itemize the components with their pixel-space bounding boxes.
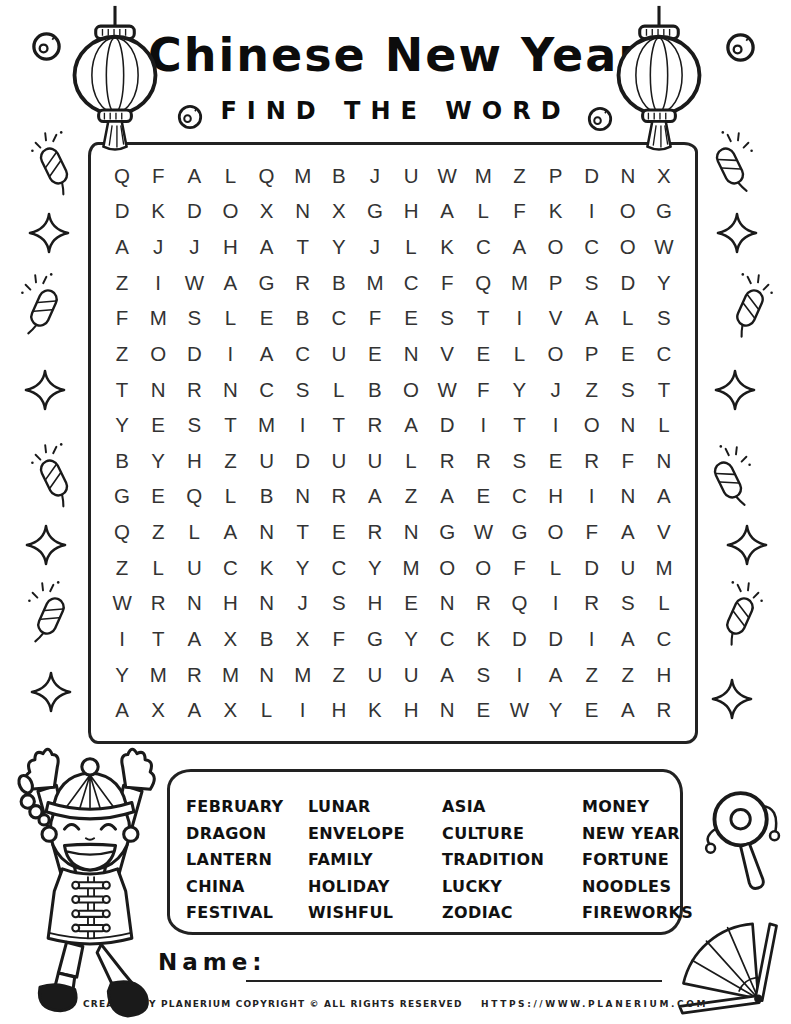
grid-cell-r13c14[interactable]: R (574, 586, 610, 622)
grid-cell-r7c6[interactable]: S (285, 372, 321, 408)
firecracker-icon (16, 272, 72, 344)
grid-cell-r13c2[interactable]: R (140, 586, 176, 622)
grid-cell-r10c16[interactable]: A (646, 479, 682, 515)
grid-cell-r4c9[interactable]: C (393, 265, 429, 301)
grid-cell-r4c6[interactable]: R (285, 265, 321, 301)
grid-cell-r9c12[interactable]: S (501, 443, 537, 479)
grid-cell-r15c13[interactable]: A (538, 657, 574, 693)
grid-cell-r15c7[interactable]: Z (321, 657, 357, 693)
grid-cell-r4c5[interactable]: G (249, 265, 285, 301)
grid-cell-r2c6[interactable]: N (285, 194, 321, 230)
grid-cell-r12c16[interactable]: M (646, 550, 682, 586)
grid-cell-r12c8[interactable]: Y (357, 550, 393, 586)
grid-cell-r15c14[interactable]: Z (574, 657, 610, 693)
grid-cell-r1c2[interactable]: F (140, 158, 176, 194)
grid-cell-r7c9[interactable]: O (393, 372, 429, 408)
grid-cell-r7c14[interactable]: Z (574, 372, 610, 408)
grid-cell-r14c8[interactable]: G (357, 621, 393, 657)
grid-cell-r6c14[interactable]: P (574, 336, 610, 372)
word-item: TRADITION (442, 847, 582, 874)
grid-cell-r10c2[interactable]: E (140, 479, 176, 515)
grid-cell-r15c5[interactable]: N (249, 657, 285, 693)
grid-cell-r8c3[interactable]: S (176, 407, 212, 443)
grid-cell-r11c4[interactable]: A (212, 514, 248, 550)
grid-cell-r3c16[interactable]: W (646, 229, 682, 265)
grid-cell-r10c10[interactable]: A (429, 479, 465, 515)
grid-cell-r6c7[interactable]: U (321, 336, 357, 372)
grid-cell-r8c2[interactable]: E (140, 407, 176, 443)
word-item: FESTIVAL (186, 900, 308, 927)
firecracker-icon (700, 444, 756, 516)
grid-cell-r2c4[interactable]: O (212, 194, 248, 230)
grid-cell-r10c8[interactable]: A (357, 479, 393, 515)
footer-url: HTTPS://WWW.PLANERIUM.COM (481, 999, 708, 1009)
grid-cell-r13c8[interactable]: H (357, 586, 393, 622)
word-item: FEBRUARY (186, 794, 308, 821)
grid-cell-r11c1[interactable]: Q (104, 514, 140, 550)
grid-cell-r1c3[interactable]: A (176, 158, 212, 194)
grid-cell-r1c12[interactable]: Z (501, 158, 537, 194)
grid-cell-r12c1[interactable]: Z (104, 550, 140, 586)
grid-cell-r6c11[interactable]: E (465, 336, 501, 372)
grid-cell-r12c4[interactable]: C (212, 550, 248, 586)
grid-cell-r8c1[interactable]: Y (104, 407, 140, 443)
sparkle-icon (28, 212, 70, 254)
word-item: CHINA (186, 874, 308, 901)
grid-cell-r11c6[interactable]: T (285, 514, 321, 550)
grid-cell-r6c13[interactable]: O (538, 336, 574, 372)
word-item: HOLIDAY (308, 874, 442, 901)
grid-cell-r3c9[interactable]: L (393, 229, 429, 265)
grid-cell-r15c8[interactable]: U (357, 657, 393, 693)
firecracker-icon (26, 442, 82, 514)
sparkle-icon (711, 678, 753, 720)
lantern-icon (606, 4, 712, 162)
grid-cell-r7c16[interactable]: T (646, 372, 682, 408)
grid-cell-r14c4[interactable]: X (212, 621, 248, 657)
grid-cell-r10c4[interactable]: L (212, 479, 248, 515)
grid-cell-r12c10[interactable]: O (429, 550, 465, 586)
grid-cell-r2c3[interactable]: D (176, 194, 212, 230)
grid-cell-r11c9[interactable]: N (393, 514, 429, 550)
grid-cell-r13c12[interactable]: Q (501, 586, 537, 622)
grid-cell-r14c5[interactable]: B (249, 621, 285, 657)
grid-cell-r5c3[interactable]: S (176, 301, 212, 337)
grid-cell-r12c14[interactable]: D (574, 550, 610, 586)
grid-cell-r13c9[interactable]: E (393, 586, 429, 622)
grid-cell-r12c13[interactable]: L (538, 550, 574, 586)
name-input-line[interactable] (246, 958, 662, 982)
grid-cell-r3c13[interactable]: O (538, 229, 574, 265)
word-item: CULTURE (442, 821, 582, 848)
word-bank-column: FEBRUARYDRAGONLANTERNCHINAFESTIVAL (186, 794, 308, 927)
grid-cell-r4c8[interactable]: M (357, 265, 393, 301)
grid-cell-r9c2[interactable]: Y (140, 443, 176, 479)
grid-cell-r13c7[interactable]: S (321, 586, 357, 622)
grid-cell-r13c10[interactable]: N (429, 586, 465, 622)
grid-cell-r16c12[interactable]: W (501, 692, 537, 728)
grid-cell-r16c10[interactable]: N (429, 692, 465, 728)
grid-cell-r3c15[interactable]: O (610, 229, 646, 265)
grid-cell-r13c11[interactable]: R (465, 586, 501, 622)
grid-cell-r2c14[interactable]: I (574, 194, 610, 230)
grid-cell-r9c7[interactable]: U (321, 443, 357, 479)
grid-cell-r15c2[interactable]: M (140, 657, 176, 693)
grid-cell-r4c7[interactable]: B (321, 265, 357, 301)
puzzle-board: QFALQMBJUWMZPDNXDKDOXNXGHALFKIOGAJJHATYJ… (88, 142, 698, 744)
grid-cell-r14c10[interactable]: C (429, 621, 465, 657)
grid-cell-r11c12[interactable]: G (501, 514, 537, 550)
word-item: ZODIAC (442, 900, 582, 927)
grid-cell-r10c1[interactable]: G (104, 479, 140, 515)
grid-cell-r16c4[interactable]: X (212, 692, 248, 728)
grid-cell-r7c3[interactable]: R (176, 372, 212, 408)
grid-cell-r12c7[interactable]: C (321, 550, 357, 586)
grid-cell-r3c1[interactable]: A (104, 229, 140, 265)
grid-cell-r10c15[interactable]: N (610, 479, 646, 515)
grid-cell-r14c6[interactable]: X (285, 621, 321, 657)
grid-cell-r11c8[interactable]: R (357, 514, 393, 550)
grid-cell-r7c12[interactable]: Y (501, 372, 537, 408)
grid-cell-r15c4[interactable]: M (212, 657, 248, 693)
grid-cell-r7c11[interactable]: F (465, 372, 501, 408)
grid-cell-r1c10[interactable]: W (429, 158, 465, 194)
grid-cell-r2c2[interactable]: K (140, 194, 176, 230)
word-item: LUNAR (308, 794, 442, 821)
grid-cell-r14c9[interactable]: Y (393, 621, 429, 657)
grid-cell-r12c9[interactable]: M (393, 550, 429, 586)
grid-cell-r2c9[interactable]: H (393, 194, 429, 230)
grid-cell-r8c8[interactable]: R (357, 407, 393, 443)
grid-cell-r11c11[interactable]: W (465, 514, 501, 550)
grid-cell-r10c11[interactable]: E (465, 479, 501, 515)
grid-cell-r16c2[interactable]: X (140, 692, 176, 728)
grid-cell-r3c6[interactable]: T (285, 229, 321, 265)
word-item: NOODLES (582, 874, 694, 901)
worksheet-page: Chinese New Year FIND THE WORD (0, 0, 791, 1024)
grid-cell-r1c15[interactable]: N (610, 158, 646, 194)
grid-cell-r12c15[interactable]: U (610, 550, 646, 586)
grid-cell-r15c9[interactable]: U (393, 657, 429, 693)
grid-cell-r9c4[interactable]: Z (212, 443, 248, 479)
grid-cell-r15c1[interactable]: Y (104, 657, 140, 693)
grid-cell-r1c9[interactable]: U (393, 158, 429, 194)
grid-cell-r16c15[interactable]: A (610, 692, 646, 728)
grid-cell-r6c4[interactable]: I (212, 336, 248, 372)
grid-cell-r2c13[interactable]: K (538, 194, 574, 230)
grid-cell-r2c7[interactable]: X (321, 194, 357, 230)
grid-cell-r6c15[interactable]: E (610, 336, 646, 372)
grid-cell-r11c13[interactable]: O (538, 514, 574, 550)
grid-cell-r6c16[interactable]: C (646, 336, 682, 372)
grid-cell-r1c1[interactable]: Q (104, 158, 140, 194)
grid-cell-r3c5[interactable]: A (249, 229, 285, 265)
coin-swirl-icon (724, 31, 757, 64)
grid-cell-r16c8[interactable]: K (357, 692, 393, 728)
word-bank-column: ASIACULTURETRADITIONLUCKYZODIAC (442, 794, 582, 927)
grid-cell-r7c1[interactable]: T (104, 372, 140, 408)
word-grid: QFALQMBJUWMZPDNXDKDOXNXGHALFKIOGAJJHATYJ… (104, 158, 682, 728)
grid-cell-r5c12[interactable]: I (501, 301, 537, 337)
grid-cell-r5c14[interactable]: A (574, 301, 610, 337)
grid-cell-r5c15[interactable]: L (610, 301, 646, 337)
grid-cell-r8c6[interactable]: I (285, 407, 321, 443)
grid-cell-r11c3[interactable]: L (176, 514, 212, 550)
grid-cell-r1c6[interactable]: M (285, 158, 321, 194)
grid-cell-r6c1[interactable]: Z (104, 336, 140, 372)
grid-cell-r10c5[interactable]: B (249, 479, 285, 515)
word-bank: FEBRUARYDRAGONLANTERNCHINAFESTIVALLUNARE… (167, 769, 683, 935)
grid-cell-r10c3[interactable]: Q (176, 479, 212, 515)
grid-cell-r7c7[interactable]: L (321, 372, 357, 408)
grid-cell-r9c9[interactable]: L (393, 443, 429, 479)
grid-cell-r1c8[interactable]: J (357, 158, 393, 194)
grid-cell-r1c16[interactable]: X (646, 158, 682, 194)
word-item: MONEY (582, 794, 694, 821)
grid-cell-r9c15[interactable]: F (610, 443, 646, 479)
grid-cell-r7c15[interactable]: S (610, 372, 646, 408)
grid-cell-r16c14[interactable]: E (574, 692, 610, 728)
grid-cell-r15c10[interactable]: A (429, 657, 465, 693)
grid-cell-r8c4[interactable]: T (212, 407, 248, 443)
grid-cell-r12c5[interactable]: K (249, 550, 285, 586)
grid-cell-r5c1[interactable]: F (104, 301, 140, 337)
sparkle-icon (716, 212, 758, 254)
word-item: FAMILY (308, 847, 442, 874)
grid-cell-r1c4[interactable]: L (212, 158, 248, 194)
grid-cell-r5c16[interactable]: S (646, 301, 682, 337)
sparkle-icon (714, 369, 756, 411)
word-item: FORTUNE (582, 847, 694, 874)
grid-cell-r6c8[interactable]: E (357, 336, 393, 372)
grid-cell-r14c13[interactable]: D (538, 621, 574, 657)
grid-cell-r1c5[interactable]: Q (249, 158, 285, 194)
grid-cell-r8c15[interactable]: N (610, 407, 646, 443)
grid-cell-r13c6[interactable]: J (285, 586, 321, 622)
grid-cell-r5c2[interactable]: M (140, 301, 176, 337)
grid-cell-r7c4[interactable]: N (212, 372, 248, 408)
grid-cell-r4c2[interactable]: I (140, 265, 176, 301)
grid-cell-r3c11[interactable]: C (465, 229, 501, 265)
grid-cell-r1c7[interactable]: B (321, 158, 357, 194)
sparkle-icon (24, 369, 66, 411)
grid-cell-r3c8[interactable]: J (357, 229, 393, 265)
grid-cell-r14c1[interactable]: I (104, 621, 140, 657)
grid-cell-r9c6[interactable]: D (285, 443, 321, 479)
grid-cell-r11c10[interactable]: G (429, 514, 465, 550)
word-item: DRAGON (186, 821, 308, 848)
grid-cell-r5c9[interactable]: E (393, 301, 429, 337)
grid-cell-r11c2[interactable]: Z (140, 514, 176, 550)
grid-cell-r2c15[interactable]: O (610, 194, 646, 230)
grid-cell-r14c15[interactable]: A (610, 621, 646, 657)
grid-cell-r11c14[interactable]: F (574, 514, 610, 550)
grid-cell-r11c16[interactable]: V (646, 514, 682, 550)
grid-cell-r3c10[interactable]: K (429, 229, 465, 265)
grid-cell-r10c14[interactable]: I (574, 479, 610, 515)
grid-cell-r11c5[interactable]: N (249, 514, 285, 550)
grid-cell-r13c15[interactable]: S (610, 586, 646, 622)
grid-cell-r3c12[interactable]: A (501, 229, 537, 265)
firecracker-icon (722, 272, 778, 344)
grid-cell-r6c12[interactable]: L (501, 336, 537, 372)
grid-cell-r13c1[interactable]: W (104, 586, 140, 622)
grid-cell-r7c5[interactable]: C (249, 372, 285, 408)
grid-cell-r4c16[interactable]: Y (646, 265, 682, 301)
grid-cell-r7c8[interactable]: B (357, 372, 393, 408)
coin-swirl-icon (30, 30, 63, 63)
grid-cell-r8c14[interactable]: O (574, 407, 610, 443)
grid-cell-r14c7[interactable]: F (321, 621, 357, 657)
grid-cell-r9c13[interactable]: E (538, 443, 574, 479)
grid-cell-r15c11[interactable]: S (465, 657, 501, 693)
grid-cell-r9c3[interactable]: H (176, 443, 212, 479)
grid-cell-r5c11[interactable]: T (465, 301, 501, 337)
grid-cell-r4c11[interactable]: Q (465, 265, 501, 301)
grid-cell-r7c2[interactable]: N (140, 372, 176, 408)
grid-cell-r5c13[interactable]: V (538, 301, 574, 337)
grid-cell-r8c7[interactable]: T (321, 407, 357, 443)
grid-cell-r7c10[interactable]: W (429, 372, 465, 408)
grid-cell-r3c3[interactable]: J (176, 229, 212, 265)
grid-cell-r3c4[interactable]: H (212, 229, 248, 265)
grid-cell-r8c13[interactable]: I (538, 407, 574, 443)
grid-cell-r1c14[interactable]: D (574, 158, 610, 194)
grid-cell-r13c5[interactable]: N (249, 586, 285, 622)
word-item: WISHFUL (308, 900, 442, 927)
sparkle-icon (726, 524, 768, 566)
grid-cell-r5c5[interactable]: E (249, 301, 285, 337)
grid-cell-r12c2[interactable]: L (140, 550, 176, 586)
grid-cell-r4c4[interactable]: A (212, 265, 248, 301)
word-bank-columns: FEBRUARYDRAGONLANTERNCHINAFESTIVALLUNARE… (170, 772, 680, 927)
grid-cell-r6c2[interactable]: O (140, 336, 176, 372)
sparkle-icon (30, 671, 72, 713)
grid-cell-r10c13[interactable]: H (538, 479, 574, 515)
grid-cell-r15c6[interactable]: M (285, 657, 321, 693)
grid-cell-r14c2[interactable]: T (140, 621, 176, 657)
lantern-icon (62, 4, 168, 162)
grid-cell-r15c12[interactable]: I (501, 657, 537, 693)
grid-cell-r8c16[interactable]: L (646, 407, 682, 443)
grid-cell-r15c3[interactable]: R (176, 657, 212, 693)
grid-cell-r6c6[interactable]: C (285, 336, 321, 372)
grid-cell-r13c13[interactable]: I (538, 586, 574, 622)
word-item: LUCKY (442, 874, 582, 901)
grid-cell-r4c12[interactable]: M (501, 265, 537, 301)
grid-cell-r8c9[interactable]: A (393, 407, 429, 443)
grid-cell-r5c6[interactable]: B (285, 301, 321, 337)
grid-cell-r16c3[interactable]: A (176, 692, 212, 728)
firecracker-icon (23, 580, 79, 652)
grid-cell-r12c6[interactable]: Y (285, 550, 321, 586)
grid-cell-r4c13[interactable]: P (538, 265, 574, 301)
grid-cell-r11c15[interactable]: A (610, 514, 646, 550)
grid-cell-r1c11[interactable]: M (465, 158, 501, 194)
grid-cell-r2c8[interactable]: G (357, 194, 393, 230)
grid-cell-r5c7[interactable]: C (321, 301, 357, 337)
grid-cell-r16c7[interactable]: H (321, 692, 357, 728)
grid-cell-r11c7[interactable]: E (321, 514, 357, 550)
rattle-drum-icon (698, 786, 790, 898)
word-bank-column: LUNARENVELOPEFAMILYHOLIDAYWISHFUL (308, 794, 442, 927)
grid-cell-r3c7[interactable]: Y (321, 229, 357, 265)
grid-cell-r10c9[interactable]: Z (393, 479, 429, 515)
grid-cell-r15c16[interactable]: H (646, 657, 682, 693)
grid-cell-r2c11[interactable]: L (465, 194, 501, 230)
grid-cell-r12c11[interactable]: O (465, 550, 501, 586)
grid-cell-r16c1[interactable]: A (104, 692, 140, 728)
grid-cell-r12c12[interactable]: F (501, 550, 537, 586)
grid-cell-r14c14[interactable]: I (574, 621, 610, 657)
grid-cell-r10c6[interactable]: N (285, 479, 321, 515)
grid-cell-r4c3[interactable]: W (176, 265, 212, 301)
grid-cell-r7c13[interactable]: J (538, 372, 574, 408)
grid-cell-r16c9[interactable]: H (393, 692, 429, 728)
grid-cell-r4c1[interactable]: Z (104, 265, 140, 301)
grid-cell-r13c4[interactable]: H (212, 586, 248, 622)
grid-cell-r3c2[interactable]: J (140, 229, 176, 265)
grid-cell-r16c13[interactable]: Y (538, 692, 574, 728)
grid-cell-r6c9[interactable]: N (393, 336, 429, 372)
grid-cell-r16c16[interactable]: R (646, 692, 682, 728)
grid-cell-r14c3[interactable]: A (176, 621, 212, 657)
grid-cell-r6c10[interactable]: V (429, 336, 465, 372)
coin-swirl-icon (176, 103, 204, 131)
grid-cell-r4c14[interactable]: S (574, 265, 610, 301)
grid-cell-r14c12[interactable]: D (501, 621, 537, 657)
grid-cell-r9c5[interactable]: U (249, 443, 285, 479)
grid-cell-r2c10[interactable]: A (429, 194, 465, 230)
grid-cell-r13c3[interactable]: N (176, 586, 212, 622)
grid-cell-r9c8[interactable]: U (357, 443, 393, 479)
grid-cell-r9c14[interactable]: R (574, 443, 610, 479)
grid-cell-r16c11[interactable]: E (465, 692, 501, 728)
grid-cell-r5c8[interactable]: F (357, 301, 393, 337)
grid-cell-r6c3[interactable]: D (176, 336, 212, 372)
grid-cell-r4c10[interactable]: F (429, 265, 465, 301)
grid-cell-r8c12[interactable]: T (501, 407, 537, 443)
grid-cell-r14c11[interactable]: K (465, 621, 501, 657)
grid-cell-r8c10[interactable]: D (429, 407, 465, 443)
grid-cell-r9c16[interactable]: N (646, 443, 682, 479)
grid-cell-r16c6[interactable]: I (285, 692, 321, 728)
grid-cell-r14c16[interactable]: C (646, 621, 682, 657)
grid-cell-r8c11[interactable]: I (465, 407, 501, 443)
grid-cell-r2c16[interactable]: G (646, 194, 682, 230)
grid-cell-r1c13[interactable]: P (538, 158, 574, 194)
grid-cell-r8c5[interactable]: M (249, 407, 285, 443)
grid-cell-r15c15[interactable]: Z (610, 657, 646, 693)
grid-cell-r10c12[interactable]: C (501, 479, 537, 515)
grid-cell-r10c7[interactable]: R (321, 479, 357, 515)
grid-cell-r6c5[interactable]: A (249, 336, 285, 372)
grid-cell-r2c12[interactable]: F (501, 194, 537, 230)
grid-cell-r13c16[interactable]: L (646, 586, 682, 622)
grid-cell-r2c1[interactable]: D (104, 194, 140, 230)
grid-cell-r3c14[interactable]: C (574, 229, 610, 265)
grid-cell-r16c5[interactable]: L (249, 692, 285, 728)
grid-cell-r9c10[interactable]: R (429, 443, 465, 479)
grid-cell-r5c4[interactable]: L (212, 301, 248, 337)
grid-cell-r4c15[interactable]: D (610, 265, 646, 301)
grid-cell-r9c1[interactable]: B (104, 443, 140, 479)
grid-cell-r2c5[interactable]: X (249, 194, 285, 230)
sparkle-icon (25, 524, 67, 566)
grid-cell-r9c11[interactable]: R (465, 443, 501, 479)
grid-cell-r5c10[interactable]: S (429, 301, 465, 337)
grid-cell-r12c3[interactable]: U (176, 550, 212, 586)
